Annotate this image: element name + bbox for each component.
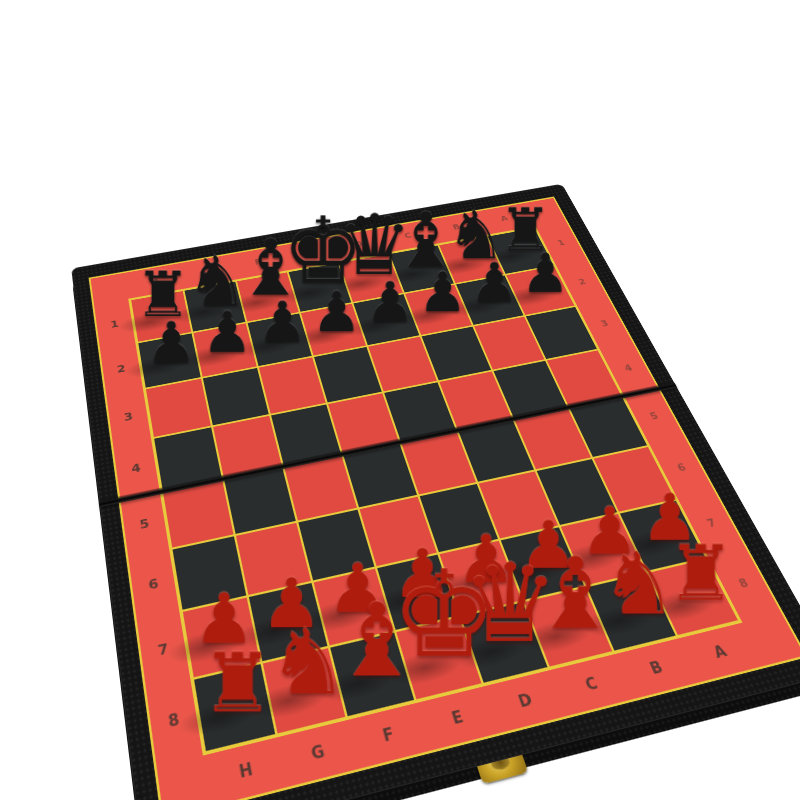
product-photo: 1122334455667788HHGGFFEEDDCCBBAA ♜♞♝♚♛♝♞… (0, 0, 800, 800)
chess-board: 1122334455667788HHGGFFEEDDCCBBAA ♜♞♝♚♛♝♞… (71, 184, 800, 800)
black-pawn: ♟ (126, 315, 217, 372)
scene: 1122334455667788HHGGFFEEDDCCBBAA ♜♞♝♚♛♝♞… (0, 0, 800, 800)
piece-layer: ♜♞♝♚♛♝♞♜♟♟♟♟♟♟♟♟♟♟♟♟♟♟♟♟♜♞♝♚♛♝♞♜ (71, 184, 800, 800)
red-rook: ♜ (180, 644, 296, 726)
